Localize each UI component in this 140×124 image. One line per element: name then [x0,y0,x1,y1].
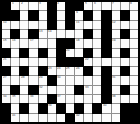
clue-number: 41 [12,114,16,117]
crossword-cell[interactable] [20,21,28,29]
crossword-cell[interactable] [112,49,120,57]
blocked-cell [39,104,47,112]
clue-number: 25 [66,67,70,70]
clue-number: 9 [76,11,78,14]
crossword-cell[interactable] [48,114,56,122]
blocked-cell [121,49,129,57]
crossword-cell[interactable]: 18 [75,39,83,47]
blocked-cell [48,95,56,103]
blocked-cell [102,76,110,84]
crossword-cell[interactable]: 24 [57,67,65,75]
crossword-cell[interactable] [11,49,19,57]
blocked-cell [84,49,92,57]
blocked-cell [84,11,92,19]
crossword-cell[interactable] [121,39,129,47]
crossword-cell[interactable] [93,95,101,103]
crossword-cell[interactable]: 17 [29,39,37,47]
clue-number: 21 [3,58,7,61]
clue-number: 14 [48,30,52,33]
crossword-cell[interactable] [112,104,120,112]
crossword-cell[interactable] [121,76,129,84]
crossword-cell[interactable] [130,86,138,94]
crossword-cell[interactable]: 42 [75,114,83,122]
crossword-cell[interactable] [75,49,83,57]
clue-number: 17 [30,39,34,42]
crossword-cell[interactable] [93,86,101,94]
crossword-cell[interactable]: 13 [39,30,47,38]
crossword-cell[interactable] [130,76,138,84]
clue-number: 8 [130,2,132,5]
crossword-cell[interactable]: 23 [48,67,56,75]
crossword-cell[interactable] [130,39,138,47]
crossword-cell[interactable] [93,21,101,29]
crossword-cell[interactable]: 29 [39,76,47,84]
clue-number: 22 [85,58,89,61]
crossword-cell[interactable] [93,114,101,122]
crossword-cell[interactable] [57,86,65,94]
crossword-cell[interactable]: 4 [57,2,65,10]
crossword-cell[interactable] [29,49,37,57]
crossword-cell[interactable] [75,95,83,103]
blocked-cell [2,104,10,112]
crossword-cell[interactable] [48,58,56,66]
blocked-cell [102,39,110,47]
crossword-cell[interactable]: 1 [11,2,19,10]
crossword-cell[interactable]: 30 [57,76,65,84]
clue-number: 40 [103,104,107,107]
clue-number: 26 [76,67,80,70]
crossword-cell[interactable]: 5 [84,2,92,10]
clue-number: 12 [112,21,116,24]
crossword-cell[interactable] [130,11,138,19]
blocked-cell [102,67,110,75]
clue-number: 36 [30,95,34,98]
crossword-cell[interactable] [20,86,28,94]
crossword-cell[interactable]: 39 [48,104,56,112]
crossword-cell[interactable] [121,21,129,29]
clue-number: 16 [12,39,16,42]
blocked-cell [121,86,129,94]
crossword-cell[interactable]: 10 [2,21,10,29]
crossword-cell[interactable] [39,11,47,19]
blocked-cell [2,2,10,10]
blocked-cell [102,49,110,57]
clue-number: 35 [12,95,16,98]
crossword-cell[interactable] [112,114,120,122]
blocked-cell [121,30,129,38]
blocked-cell [29,11,37,19]
blocked-cell [20,67,28,75]
crossword-cell[interactable] [11,104,19,112]
crossword-cell[interactable] [121,58,129,66]
clue-number: 19 [112,39,116,42]
crossword-cell[interactable] [11,67,19,75]
crossword-cell[interactable]: 41 [11,114,19,122]
crossword-cell[interactable] [112,11,120,19]
blocked-cell [93,104,101,112]
crossword-cell[interactable] [93,58,101,66]
blocked-cell [84,67,92,75]
crossword-cell[interactable]: 26 [75,67,83,75]
crossword-cell[interactable] [93,39,101,47]
blocked-cell [11,30,19,38]
crossword-cell[interactable]: 27 [2,76,10,84]
blocked-cell [75,104,83,112]
crossword-cell[interactable]: 32 [39,86,47,94]
crossword-cell[interactable]: 35 [11,95,19,103]
crossword-cell[interactable] [130,95,138,103]
crossword-cell[interactable]: 36 [29,95,37,103]
blocked-cell [130,104,138,112]
crossword-cell[interactable] [121,95,129,103]
crossword-cell[interactable] [66,95,74,103]
blocked-cell [39,67,47,75]
crossword-cell[interactable] [39,95,47,103]
crossword-cell[interactable] [11,21,19,29]
clue-number: 10 [3,21,7,24]
blocked-cell [2,49,10,57]
crossword-cell[interactable]: 16 [11,39,19,47]
crossword-cell[interactable] [66,86,74,94]
blocked-cell [2,67,10,75]
blocked-cell [48,11,56,19]
blocked-cell [102,21,110,29]
crossword-cell[interactable] [130,21,138,29]
crossword-cell[interactable] [20,95,28,103]
clue-number: 5 [85,2,87,5]
crossword-cell[interactable] [29,58,37,66]
crossword-cell[interactable] [93,11,101,19]
blocked-cell [20,49,28,57]
crossword-cell[interactable] [102,58,110,66]
blocked-cell [48,76,56,84]
crossword-cell[interactable]: 14 [48,30,56,38]
blocked-cell [29,86,37,94]
crossword-cell[interactable] [39,114,47,122]
clue-number: 11 [76,21,80,24]
clue-number: 30 [57,76,61,79]
blocked-cell [75,2,83,10]
blocked-cell [102,30,110,38]
crossword-cell[interactable]: 7 [112,2,120,10]
crossword-cell[interactable] [93,76,101,84]
crossword-cell[interactable] [75,76,83,84]
crossword-cell[interactable] [93,49,101,57]
crossword-cell[interactable] [20,39,28,47]
clue-number: 1 [12,2,14,5]
crossword-cell[interactable] [57,114,65,122]
clue-number: 28 [21,76,25,79]
crossword-cell[interactable]: 12 [112,21,120,29]
crossword-cell[interactable] [93,67,101,75]
crossword-cell[interactable] [130,67,138,75]
blocked-cell [11,86,19,94]
crossword-cell[interactable] [20,58,28,66]
crossword-cell[interactable] [130,58,138,66]
blocked-cell [121,67,129,75]
crossword-cell[interactable]: 9 [75,11,83,19]
blocked-cell [84,30,92,38]
clue-number: 33 [85,86,89,89]
clue-number: 20 [66,49,70,52]
crossword-cell[interactable]: 20 [66,49,74,57]
blocked-cell [66,21,74,29]
crossword-cell[interactable] [39,58,47,66]
crossword-cell[interactable] [20,11,28,19]
crossword-cell[interactable] [29,2,37,10]
crossword-cell[interactable] [29,114,37,122]
crossword-cell[interactable]: 38 [112,95,120,103]
blocked-cell [66,39,74,47]
clue-number: 37 [57,95,61,98]
blocked-cell [48,21,56,29]
blocked-cell [57,49,65,57]
crossword-cell[interactable] [112,86,120,94]
blocked-cell [48,2,56,10]
crossword-cell[interactable] [84,104,92,112]
crossword-cell[interactable]: 31 [112,76,120,84]
crossword-cell[interactable] [57,30,65,38]
crossword-cell[interactable] [29,67,37,75]
clue-number: 3 [39,2,41,5]
blocked-cell [66,2,74,10]
crossword-cell[interactable] [112,67,120,75]
crossword-cell[interactable]: 40 [102,104,110,112]
blocked-cell [75,58,83,66]
blocked-cell [39,49,47,57]
crossword-cell[interactable] [84,39,92,47]
blocked-cell [66,11,74,19]
blocked-cell [29,30,37,38]
crossword-cell[interactable] [48,86,56,94]
crossword-cell[interactable]: 21 [2,58,10,66]
crossword-cell[interactable] [121,2,129,10]
blocked-cell [121,104,129,112]
crossword-cell[interactable] [20,114,28,122]
blocked-cell [66,114,74,122]
crossword-cell[interactable] [112,30,120,38]
blocked-cell [11,11,19,19]
blocked-cell [75,86,83,94]
crossword-cell[interactable]: 6 [93,2,101,10]
clue-number: 6 [94,2,96,5]
crossword-cell[interactable] [84,76,92,84]
crossword-cell[interactable] [84,21,92,29]
crossword-cell[interactable] [130,30,138,38]
crossword-cell[interactable] [48,39,56,47]
crossword-cell[interactable]: 25 [66,67,74,75]
crossword-cell[interactable] [20,30,28,38]
crossword-cell[interactable]: 33 [84,86,92,94]
crossword-cell[interactable] [29,21,37,29]
clue-number: 31 [112,76,116,79]
crossword-cell[interactable] [29,104,37,112]
clue-number: 23 [48,67,52,70]
crossword-cell[interactable] [57,21,65,29]
crossword-cell[interactable]: 15 [2,39,10,47]
crossword-cell[interactable]: 2 [20,2,28,10]
crossword-cell[interactable] [29,76,37,84]
crossword-grid: 1234567891011121314151617181920212223242… [2,2,138,122]
blocked-cell [57,39,65,47]
crossword-cell[interactable]: 37 [57,95,65,103]
crossword-cell[interactable]: 3 [39,2,47,10]
blocked-cell [121,114,129,122]
crossword-cell[interactable]: 19 [112,39,120,47]
clue-number: 13 [39,30,43,33]
blocked-cell [20,104,28,112]
blocked-cell [130,114,138,122]
crossword-cell[interactable] [75,30,83,38]
crossword-cell[interactable]: 34 [2,95,10,103]
clue-number: 32 [39,86,43,89]
blocked-cell [57,58,65,66]
clue-number: 34 [3,95,7,98]
clue-number: 29 [39,76,43,79]
blocked-cell [2,11,10,19]
clue-number: 18 [76,39,80,42]
clue-number: 38 [112,95,116,98]
blocked-cell [102,86,110,94]
crossword-cell[interactable] [93,30,101,38]
blocked-cell [102,95,110,103]
crossword-cell[interactable]: 8 [130,2,138,10]
clue-number: 2 [21,2,23,5]
crossword-cell[interactable] [57,11,65,19]
clue-number: 27 [3,76,7,79]
blocked-cell [66,58,74,66]
crossword-cell[interactable]: 28 [20,76,28,84]
crossword-board: 1234567891011121314151617181920212223242… [0,0,140,124]
crossword-cell[interactable] [11,76,19,84]
crossword-cell[interactable] [102,2,110,10]
clue-number: 24 [57,67,61,70]
crossword-cell[interactable]: 11 [75,21,83,29]
crossword-cell[interactable]: 22 [84,58,92,66]
blocked-cell [102,11,110,19]
blocked-cell [57,104,65,112]
crossword-cell[interactable] [11,58,19,66]
clue-number: 39 [48,104,52,107]
crossword-cell[interactable] [84,114,92,122]
crossword-cell[interactable] [39,21,47,29]
crossword-cell[interactable] [112,58,120,66]
crossword-cell[interactable] [2,86,10,94]
clue-number: 42 [76,114,80,117]
crossword-cell[interactable] [66,30,74,38]
crossword-cell[interactable] [66,76,74,84]
clue-number: 15 [3,39,7,42]
clue-number: 7 [112,2,114,5]
crossword-cell[interactable] [84,95,92,103]
crossword-cell[interactable] [102,114,110,122]
crossword-cell[interactable] [39,39,47,47]
crossword-cell[interactable] [48,49,56,57]
blocked-cell [121,11,129,19]
blocked-cell [2,114,10,122]
crossword-cell[interactable] [2,30,10,38]
crossword-cell[interactable] [66,104,74,112]
crossword-cell[interactable] [130,49,138,57]
clue-number: 4 [57,2,59,5]
